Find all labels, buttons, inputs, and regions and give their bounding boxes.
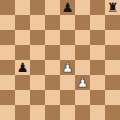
board-square-d7[interactable] bbox=[45, 15, 60, 30]
board-square-d8[interactable] bbox=[45, 0, 60, 15]
board-square-g2[interactable] bbox=[90, 90, 105, 105]
board-square-e7[interactable] bbox=[60, 15, 75, 30]
board-square-g7[interactable] bbox=[90, 15, 105, 30]
board-square-b7[interactable] bbox=[15, 15, 30, 30]
board-square-g5[interactable] bbox=[90, 45, 105, 60]
board-square-g8[interactable] bbox=[90, 0, 105, 15]
board-square-d6[interactable] bbox=[45, 30, 60, 45]
board-square-g1[interactable] bbox=[90, 105, 105, 120]
board-square-c7[interactable] bbox=[30, 15, 45, 30]
board-square-h5[interactable] bbox=[105, 45, 120, 60]
board-square-d1[interactable] bbox=[45, 105, 60, 120]
board-square-b8[interactable] bbox=[15, 0, 30, 15]
board-square-e6[interactable] bbox=[60, 30, 75, 45]
board-square-h2[interactable] bbox=[105, 90, 120, 105]
board-square-c6[interactable] bbox=[30, 30, 45, 45]
board-square-f1[interactable] bbox=[75, 105, 90, 120]
board-square-a4[interactable] bbox=[0, 60, 15, 75]
board-square-c8[interactable] bbox=[30, 0, 45, 15]
board-square-e5[interactable] bbox=[60, 45, 75, 60]
board-square-b1[interactable] bbox=[15, 105, 30, 120]
board-square-c3[interactable] bbox=[30, 75, 45, 90]
board-square-b5[interactable] bbox=[15, 45, 30, 60]
board-square-d2[interactable] bbox=[45, 90, 60, 105]
black-pawn-piece[interactable]: ♟ bbox=[17, 61, 29, 74]
board-square-f3[interactable]: ♟ bbox=[75, 75, 90, 90]
board-square-g6[interactable] bbox=[90, 30, 105, 45]
board-square-e8[interactable]: ♟ bbox=[60, 0, 75, 15]
board-square-h4[interactable] bbox=[105, 60, 120, 75]
white-pawn-piece[interactable]: ♟ bbox=[77, 76, 89, 89]
board-square-b2[interactable] bbox=[15, 90, 30, 105]
board-square-e2[interactable] bbox=[60, 90, 75, 105]
board-square-a8[interactable] bbox=[0, 0, 15, 15]
board-square-d5[interactable] bbox=[45, 45, 60, 60]
board-square-e4[interactable]: ♟ bbox=[60, 60, 75, 75]
board-square-f8[interactable] bbox=[75, 0, 90, 15]
board-square-h3[interactable] bbox=[105, 75, 120, 90]
board-square-f7[interactable] bbox=[75, 15, 90, 30]
board-square-c2[interactable] bbox=[30, 90, 45, 105]
board-square-g3[interactable] bbox=[90, 75, 105, 90]
board-square-d3[interactable] bbox=[45, 75, 60, 90]
board-square-e1[interactable] bbox=[60, 105, 75, 120]
board-square-a3[interactable] bbox=[0, 75, 15, 90]
white-pawn-piece[interactable]: ♟ bbox=[62, 61, 74, 74]
board-square-a7[interactable] bbox=[0, 15, 15, 30]
board-square-f5[interactable] bbox=[75, 45, 90, 60]
board-square-d4[interactable] bbox=[45, 60, 60, 75]
board-square-b4[interactable]: ♟ bbox=[15, 60, 30, 75]
board-square-b3[interactable] bbox=[15, 75, 30, 90]
board-square-c1[interactable] bbox=[30, 105, 45, 120]
black-rook-piece[interactable]: ♜ bbox=[107, 1, 119, 14]
board-square-a6[interactable] bbox=[0, 30, 15, 45]
chess-board: ♟♜♟♟♟ bbox=[0, 0, 120, 120]
board-square-h7[interactable] bbox=[105, 15, 120, 30]
board-square-h1[interactable] bbox=[105, 105, 120, 120]
board-square-a1[interactable] bbox=[0, 105, 15, 120]
board-square-a2[interactable] bbox=[0, 90, 15, 105]
board-square-c5[interactable] bbox=[30, 45, 45, 60]
board-square-h8[interactable]: ♜ bbox=[105, 0, 120, 15]
board-square-a5[interactable] bbox=[0, 45, 15, 60]
board-square-g4[interactable] bbox=[90, 60, 105, 75]
board-square-c4[interactable] bbox=[30, 60, 45, 75]
board-square-b6[interactable] bbox=[15, 30, 30, 45]
board-square-f2[interactable] bbox=[75, 90, 90, 105]
board-square-e3[interactable] bbox=[60, 75, 75, 90]
board-square-f4[interactable] bbox=[75, 60, 90, 75]
black-pawn-piece[interactable]: ♟ bbox=[62, 1, 74, 14]
board-square-h6[interactable] bbox=[105, 30, 120, 45]
board-square-f6[interactable] bbox=[75, 30, 90, 45]
